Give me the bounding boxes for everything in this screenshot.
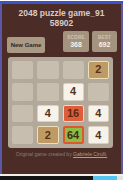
page-title: 2048 puzzle game_91 58902 <box>2 8 121 28</box>
empty-cell <box>12 61 33 79</box>
empty-cell <box>37 83 58 101</box>
tile-64: 64 <box>63 126 84 144</box>
credit-text: Original game created by <box>16 151 73 157</box>
tile-2: 2 <box>37 126 58 144</box>
empty-cell <box>12 126 33 144</box>
empty-cell <box>12 83 33 101</box>
new-game-button[interactable]: New Game <box>7 37 45 53</box>
tile-4: 4 <box>37 105 58 123</box>
controls-row: New Game SCORE 368 BEST 692 <box>2 31 121 57</box>
empty-cell <box>37 61 58 79</box>
progress-bar-fill <box>93 176 117 180</box>
tile-4: 4 <box>88 105 109 123</box>
page-title-line1: 2048 puzzle game_91 <box>2 8 121 18</box>
frame-right-border <box>121 3 123 174</box>
score-value: 368 <box>70 41 82 48</box>
score-label: SCORE <box>67 35 85 40</box>
tile-4: 4 <box>63 83 84 101</box>
best-value: 692 <box>99 41 111 48</box>
bottom-progress-bar <box>0 176 123 180</box>
empty-cell <box>88 83 109 101</box>
credit-line: Original game created by Gabriele Cirull… <box>2 151 121 157</box>
best-badge: BEST 692 <box>92 31 117 52</box>
page-title-line2: 58902 <box>2 18 121 28</box>
game-panel: 2048 puzzle game_91 58902 New Game SCORE… <box>2 4 121 174</box>
credit-link[interactable]: Gabriele Cirulli. <box>73 151 107 157</box>
score-badge: SCORE 368 <box>63 31 89 52</box>
tile-4: 4 <box>88 126 109 144</box>
app-screenshot: 2048 puzzle game_91 58902 New Game SCORE… <box>0 0 123 182</box>
board-grid[interactable]: 2441642644 <box>8 57 113 148</box>
best-label: BEST <box>98 35 111 40</box>
progress-bar-track <box>0 176 93 180</box>
tile-16: 16 <box>63 105 84 123</box>
empty-cell <box>63 61 84 79</box>
tile-2: 2 <box>88 61 109 79</box>
empty-cell <box>12 105 33 123</box>
